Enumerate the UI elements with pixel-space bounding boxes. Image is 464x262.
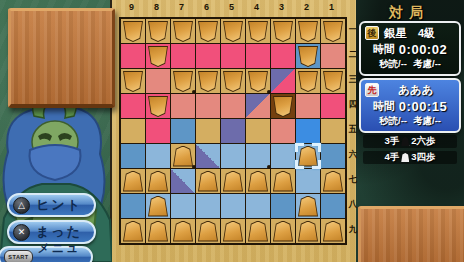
file-label-5: 5: [219, 2, 244, 12]
gote-name: 銀星: [384, 26, 407, 41]
square-3八[interactable]: [271, 194, 295, 218]
square-6九[interactable]: 金将: [196, 219, 220, 243]
file-label-9: 9: [119, 2, 144, 12]
square-7三[interactable]: 歩兵: [171, 69, 195, 93]
square-4九[interactable]: 金将: [246, 219, 270, 243]
piece-香車-1一[interactable]: 香車: [323, 21, 343, 42]
piece-角行-2二[interactable]: 角行: [298, 46, 318, 67]
piece-歩兵-4七[interactable]: 歩兵: [248, 171, 268, 192]
square-8二[interactable]: 飛車: [146, 44, 170, 68]
square-7四[interactable]: [171, 94, 195, 118]
piece-金将-6九[interactable]: 金将: [198, 221, 218, 242]
square-4二[interactable]: [246, 44, 270, 68]
square-8三[interactable]: [146, 69, 170, 93]
square-6二[interactable]: [196, 44, 220, 68]
piece-歩兵-8七[interactable]: 歩兵: [148, 171, 168, 192]
square-5五[interactable]: [221, 119, 245, 143]
square-7八[interactable]: [171, 194, 195, 218]
square-3四[interactable]: 歩兵: [271, 94, 295, 118]
sente-info-box: 先 あああ 時間 0:00:15 秒読/-- 考慮/--: [359, 78, 461, 133]
file-label-2: 2: [294, 2, 319, 12]
square-8一[interactable]: 桂馬: [146, 19, 170, 43]
piece-香車-1九[interactable]: 香車: [323, 221, 343, 242]
file-label-7: 7: [169, 2, 194, 12]
square-4四[interactable]: [246, 94, 270, 118]
square-2二[interactable]: 角行: [296, 44, 320, 68]
square-6八[interactable]: [196, 194, 220, 218]
piece-歩兵-7六[interactable]: 歩兵: [173, 146, 193, 167]
piece-歩兵-4三[interactable]: 歩兵: [248, 71, 268, 92]
sente-byoyomi: 秒読/--: [379, 115, 407, 128]
piece-歩兵-6三[interactable]: 歩兵: [198, 71, 218, 92]
square-1三[interactable]: 歩兵: [321, 69, 345, 93]
square-9八[interactable]: [121, 194, 145, 218]
piece-金将-4九[interactable]: 金将: [248, 221, 268, 242]
piece-王将-5九[interactable]: 王将: [223, 221, 243, 242]
square-7五[interactable]: [171, 119, 195, 143]
square-4七[interactable]: 歩兵: [246, 169, 270, 193]
square-2五[interactable]: [296, 119, 320, 143]
star-point: [267, 90, 271, 94]
square-3二[interactable]: [271, 44, 295, 68]
square-7二[interactable]: [171, 44, 195, 68]
square-2四[interactable]: [296, 94, 320, 118]
square-6五[interactable]: [196, 119, 220, 143]
rank-label-八: 八: [348, 192, 358, 217]
sente-name: あああ: [398, 83, 433, 98]
piece-香車-9一[interactable]: 香車: [123, 21, 143, 42]
square-5九[interactable]: 王将: [221, 219, 245, 243]
sente-mark-icon: 先: [365, 83, 379, 97]
square-5八[interactable]: [221, 194, 245, 218]
square-9二[interactable]: [121, 44, 145, 68]
square-2七[interactable]: [296, 169, 320, 193]
piece-角行-8八[interactable]: 角行: [148, 196, 168, 217]
square-3五[interactable]: [271, 119, 295, 143]
gote-rank: 4級: [418, 26, 435, 41]
square-7七[interactable]: [171, 169, 195, 193]
square-9三[interactable]: 歩兵: [121, 69, 145, 93]
rank-label-三: 三: [348, 67, 358, 92]
piece-銀将-3九[interactable]: 銀将: [273, 221, 293, 242]
piece-桂馬-8一[interactable]: 桂馬: [148, 21, 168, 42]
square-6四[interactable]: [196, 94, 220, 118]
square-1一[interactable]: 香車: [321, 19, 345, 43]
move-history: 3手2六歩4手3四歩: [363, 135, 457, 167]
square-9五[interactable]: [121, 119, 145, 143]
square-6六[interactable]: [196, 144, 220, 168]
piece-金将-4一[interactable]: 金将: [248, 21, 268, 42]
square-4一[interactable]: 金将: [246, 19, 270, 43]
square-9四[interactable]: [121, 94, 145, 118]
square-8六[interactable]: [146, 144, 170, 168]
square-4六[interactable]: [246, 144, 270, 168]
square-5六[interactable]: [221, 144, 245, 168]
square-2三[interactable]: 歩兵: [296, 69, 320, 93]
square-2六[interactable]: 歩兵: [296, 144, 320, 168]
gote-byoyomi: 秒読/--: [379, 58, 407, 71]
star-point: [267, 165, 271, 169]
sente-move-mark-icon: [401, 137, 409, 146]
piece-銀将-7九[interactable]: 銀将: [173, 221, 193, 242]
square-5三[interactable]: 歩兵: [221, 69, 245, 93]
file-label-6: 6: [194, 2, 219, 12]
file-label-8: 8: [144, 2, 169, 12]
piece-飛車-2八[interactable]: 飛車: [298, 196, 318, 217]
square-3七[interactable]: 歩兵: [271, 169, 295, 193]
piece-歩兵-5七[interactable]: 歩兵: [223, 171, 243, 192]
square-6七[interactable]: 歩兵: [196, 169, 220, 193]
piece-歩兵-5三[interactable]: 歩兵: [223, 71, 243, 92]
square-3九[interactable]: 銀将: [271, 219, 295, 243]
rank-label-二: 二: [348, 42, 358, 67]
gote-time-label: 時間: [373, 42, 395, 57]
square-1八[interactable]: [321, 194, 345, 218]
menu-button[interactable]: START メニュー: [0, 246, 93, 262]
piece-飛車-8二[interactable]: 飛車: [148, 46, 168, 67]
cross-button-icon: ✕: [13, 224, 30, 241]
square-3一[interactable]: 銀将: [271, 19, 295, 43]
square-5二[interactable]: [221, 44, 245, 68]
square-8五[interactable]: [146, 119, 170, 143]
undo-button-label: まった: [30, 223, 94, 241]
sente-time-label: 時間: [373, 99, 395, 114]
piece-歩兵-8四[interactable]: 歩兵: [148, 96, 168, 117]
square-9一[interactable]: 香車: [121, 19, 145, 43]
square-1二[interactable]: [321, 44, 345, 68]
menu-button-label: メニュー: [33, 240, 91, 262]
shogi-board: 987654321 香車桂馬銀将金将玉将金将銀将桂馬香車飛車角行歩兵歩兵歩兵歩兵…: [110, 0, 356, 262]
square-8九[interactable]: 桂馬: [146, 219, 170, 243]
rank-label-九: 九: [348, 217, 358, 242]
star-point: [192, 90, 196, 94]
rank-label-六: 六: [348, 142, 358, 167]
piece-歩兵-9七[interactable]: 歩兵: [123, 171, 143, 192]
piece-歩兵-2六[interactable]: 歩兵: [298, 146, 318, 167]
piece-歩兵-2三[interactable]: 歩兵: [298, 71, 318, 92]
piece-銀将-3一[interactable]: 銀将: [273, 21, 293, 42]
square-5七[interactable]: 歩兵: [221, 169, 245, 193]
file-label-3: 3: [269, 2, 294, 12]
piece-香車-9九[interactable]: 香車: [123, 221, 143, 242]
square-2一[interactable]: 桂馬: [296, 19, 320, 43]
square-8七[interactable]: 歩兵: [146, 169, 170, 193]
square-7一[interactable]: 銀将: [171, 19, 195, 43]
square-1七[interactable]: 歩兵: [321, 169, 345, 193]
sente-thinking-time: 考慮/--: [413, 115, 441, 128]
square-5四[interactable]: [221, 94, 245, 118]
file-label-4: 4: [244, 2, 269, 12]
sente-piece-stand: [358, 206, 464, 262]
piece-金将-6一[interactable]: 金将: [198, 21, 218, 42]
hint-button-label: ヒント: [30, 196, 94, 214]
screen-title: 対局: [356, 4, 462, 22]
square-4三[interactable]: 歩兵: [246, 69, 270, 93]
hint-button[interactable]: △ ヒント: [7, 193, 96, 217]
gote-move-mark-icon: [401, 153, 409, 162]
gote-time-value: 0:00:02: [399, 42, 447, 57]
move-entry: 3手2六歩: [363, 135, 457, 148]
move-entry: 4手3四歩: [363, 151, 457, 164]
square-3三[interactable]: [271, 69, 295, 93]
piece-玉将-5一[interactable]: 玉将: [223, 21, 243, 42]
square-1四[interactable]: [321, 94, 345, 118]
sente-time-value: 0:00:15: [399, 99, 447, 114]
piece-歩兵-7三[interactable]: 歩兵: [173, 71, 193, 92]
piece-歩兵-1七[interactable]: 歩兵: [323, 171, 343, 192]
square-7九[interactable]: 銀将: [171, 219, 195, 243]
square-1六[interactable]: [321, 144, 345, 168]
gote-piece-stand: [8, 8, 115, 108]
rank-label-七: 七: [348, 167, 358, 192]
gote-mark-icon: 後: [365, 26, 379, 40]
square-9六[interactable]: [121, 144, 145, 168]
gote-thinking-time: 考慮/--: [413, 58, 441, 71]
square-4八[interactable]: [246, 194, 270, 218]
square-9七[interactable]: 歩兵: [121, 169, 145, 193]
square-4五[interactable]: [246, 119, 270, 143]
square-6三[interactable]: 歩兵: [196, 69, 220, 93]
start-button-icon: START: [4, 250, 33, 262]
square-9九[interactable]: 香車: [121, 219, 145, 243]
square-6一[interactable]: 金将: [196, 19, 220, 43]
piece-歩兵-1三[interactable]: 歩兵: [323, 71, 343, 92]
square-1九[interactable]: 香車: [321, 219, 345, 243]
square-1五[interactable]: [321, 119, 345, 143]
square-8四[interactable]: 歩兵: [146, 94, 170, 118]
square-8八[interactable]: 角行: [146, 194, 170, 218]
piece-歩兵-9三[interactable]: 歩兵: [123, 71, 143, 92]
game-screen: 987654321 香車桂馬銀将金将玉将金将銀将桂馬香車飛車角行歩兵歩兵歩兵歩兵…: [0, 0, 464, 262]
piece-歩兵-6七[interactable]: 歩兵: [198, 171, 218, 192]
square-5一[interactable]: 玉将: [221, 19, 245, 43]
star-point: [192, 165, 196, 169]
piece-桂馬-8九[interactable]: 桂馬: [148, 221, 168, 242]
piece-銀将-7一[interactable]: 銀将: [173, 21, 193, 42]
rank-label-四: 四: [348, 92, 358, 117]
gote-info-box: 後 銀星 4級 時間 0:00:02 秒読/-- 考慮/--: [359, 21, 461, 76]
board-grid: 香車桂馬銀将金将玉将金将銀将桂馬香車飛車角行歩兵歩兵歩兵歩兵歩兵歩兵歩兵歩兵歩兵…: [119, 17, 347, 245]
square-2九[interactable]: 桂馬: [296, 219, 320, 243]
piece-歩兵-3七[interactable]: 歩兵: [273, 171, 293, 192]
rank-label-五: 五: [348, 117, 358, 142]
piece-桂馬-2一[interactable]: 桂馬: [298, 21, 318, 42]
square-7六[interactable]: 歩兵: [171, 144, 195, 168]
triangle-button-icon: △: [13, 197, 30, 214]
square-2八[interactable]: 飛車: [296, 194, 320, 218]
file-label-1: 1: [319, 2, 344, 12]
piece-歩兵-3四[interactable]: 歩兵: [273, 96, 293, 117]
piece-桂馬-2九[interactable]: 桂馬: [298, 221, 318, 242]
square-3六[interactable]: [271, 144, 295, 168]
